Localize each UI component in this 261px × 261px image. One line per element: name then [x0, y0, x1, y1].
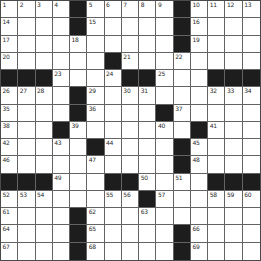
clue-number: 57: [158, 191, 165, 198]
black-square: [70, 18, 87, 35]
white-square[interactable]: [18, 36, 35, 53]
black-square: [243, 174, 260, 191]
white-square[interactable]: 69: [191, 243, 208, 260]
white-square[interactable]: 26: [1, 87, 18, 104]
white-square[interactable]: [139, 225, 156, 242]
clue-number: 36: [89, 105, 96, 112]
clue-number: 68: [89, 243, 96, 250]
white-square[interactable]: [122, 122, 139, 139]
white-square[interactable]: 66: [191, 225, 208, 242]
clue-number: 60: [244, 191, 251, 198]
white-square[interactable]: [225, 36, 242, 53]
white-square[interactable]: 32: [208, 87, 225, 104]
black-square: [105, 174, 122, 191]
white-square[interactable]: 10: [191, 1, 208, 18]
black-square: [243, 70, 260, 87]
clue-number: 13: [244, 1, 251, 8]
white-square[interactable]: [18, 18, 35, 35]
white-square[interactable]: [105, 18, 122, 35]
clue-number: 35: [3, 105, 10, 112]
white-square[interactable]: 9: [156, 1, 173, 18]
white-square[interactable]: [53, 243, 70, 260]
white-square[interactable]: [156, 53, 173, 70]
white-square[interactable]: 62: [87, 208, 104, 225]
clue-number: 12: [227, 1, 234, 8]
white-square[interactable]: [208, 225, 225, 242]
white-square[interactable]: [243, 225, 260, 242]
white-square[interactable]: 6: [105, 1, 122, 18]
clue-number: 59: [227, 191, 234, 198]
black-square: [122, 70, 139, 87]
clue-number: 20: [3, 53, 10, 60]
white-square[interactable]: [225, 122, 242, 139]
black-square: [105, 53, 122, 70]
white-square[interactable]: 67: [1, 243, 18, 260]
white-square[interactable]: [122, 225, 139, 242]
white-square[interactable]: 37: [174, 105, 191, 122]
white-square[interactable]: [156, 36, 173, 53]
black-square: [174, 18, 191, 35]
clue-number: 16: [192, 18, 199, 25]
clue-number: 64: [3, 225, 10, 232]
white-square[interactable]: [18, 105, 35, 122]
white-square[interactable]: 15: [87, 18, 104, 35]
white-square[interactable]: [243, 18, 260, 35]
white-square[interactable]: [53, 191, 70, 208]
clue-number: 24: [106, 70, 113, 77]
white-square[interactable]: [36, 122, 53, 139]
white-square[interactable]: [70, 70, 87, 87]
white-square[interactable]: [208, 208, 225, 225]
clue-number: 19: [192, 36, 199, 43]
white-square[interactable]: [243, 208, 260, 225]
white-square[interactable]: 68: [87, 243, 104, 260]
clue-number: 10: [192, 1, 199, 8]
clue-number: 7: [123, 1, 127, 8]
white-square[interactable]: 25: [156, 70, 173, 87]
white-square[interactable]: [18, 53, 35, 70]
white-square[interactable]: 24: [105, 70, 122, 87]
white-square[interactable]: 38: [1, 122, 18, 139]
white-square[interactable]: [70, 156, 87, 173]
black-square: [139, 70, 156, 87]
clue-number: 6: [106, 1, 110, 8]
white-square[interactable]: [243, 122, 260, 139]
clue-number: 25: [158, 70, 165, 77]
black-square: [156, 105, 173, 122]
white-square[interactable]: [243, 156, 260, 173]
black-square: [174, 1, 191, 18]
white-square[interactable]: 50: [139, 174, 156, 191]
clue-number: 62: [89, 208, 96, 215]
white-square[interactable]: 44: [105, 139, 122, 156]
white-square[interactable]: [53, 18, 70, 35]
white-square[interactable]: [36, 139, 53, 156]
white-square[interactable]: [139, 105, 156, 122]
white-square[interactable]: [225, 18, 242, 35]
clue-number: 21: [123, 53, 130, 60]
white-square[interactable]: [87, 122, 104, 139]
white-square[interactable]: 41: [208, 122, 225, 139]
clue-number: 2: [20, 1, 24, 8]
white-square[interactable]: 11: [208, 1, 225, 18]
white-square[interactable]: [18, 225, 35, 242]
white-square[interactable]: 17: [1, 36, 18, 53]
clue-number: 61: [3, 208, 10, 215]
white-square[interactable]: 23: [53, 70, 70, 87]
white-square[interactable]: 48: [191, 156, 208, 173]
white-square[interactable]: [87, 53, 104, 70]
clue-number: 51: [175, 174, 182, 181]
white-square[interactable]: [208, 53, 225, 70]
clue-number: 53: [20, 191, 27, 198]
white-square[interactable]: [70, 174, 87, 191]
white-square[interactable]: 20: [1, 53, 18, 70]
white-square[interactable]: [36, 156, 53, 173]
clue-number: 18: [72, 36, 79, 43]
white-square[interactable]: 12: [225, 1, 242, 18]
clue-number: 14: [3, 18, 10, 25]
black-square: [53, 122, 70, 139]
white-square[interactable]: 45: [191, 139, 208, 156]
white-square[interactable]: 2: [18, 1, 35, 18]
white-square[interactable]: [105, 208, 122, 225]
clue-number: 9: [158, 1, 162, 8]
white-square[interactable]: 8: [139, 1, 156, 18]
crossword-grid: 1234567891011121314151617181920212223242…: [0, 0, 261, 261]
white-square[interactable]: [243, 243, 260, 260]
white-square[interactable]: 39: [70, 122, 87, 139]
clue-number: 3: [37, 1, 41, 8]
clue-number: 69: [192, 243, 199, 250]
white-square[interactable]: [208, 139, 225, 156]
black-square: [139, 191, 156, 208]
clue-number: 15: [89, 18, 96, 25]
white-square[interactable]: [174, 122, 191, 139]
white-square[interactable]: [156, 225, 173, 242]
white-square[interactable]: [87, 36, 104, 53]
white-square[interactable]: [225, 139, 242, 156]
white-square[interactable]: 51: [174, 174, 191, 191]
white-square[interactable]: [174, 208, 191, 225]
clue-number: 26: [3, 87, 10, 94]
clue-number: 1: [3, 1, 7, 8]
clue-number: 8: [141, 1, 145, 8]
black-square: [208, 174, 225, 191]
white-square[interactable]: [105, 243, 122, 260]
white-square[interactable]: [243, 139, 260, 156]
black-square: [70, 243, 87, 260]
white-square[interactable]: [208, 156, 225, 173]
white-square[interactable]: 52: [1, 191, 18, 208]
white-square[interactable]: 64: [1, 225, 18, 242]
clue-number: 46: [3, 156, 10, 163]
clue-number: 32: [210, 87, 217, 94]
white-square[interactable]: 19: [191, 36, 208, 53]
clue-number: 50: [141, 174, 148, 181]
white-square[interactable]: [208, 243, 225, 260]
white-square[interactable]: [53, 208, 70, 225]
white-square[interactable]: [225, 53, 242, 70]
white-square[interactable]: [191, 174, 208, 191]
white-square[interactable]: [156, 18, 173, 35]
clue-number: 40: [158, 122, 165, 129]
clue-number: 42: [3, 139, 10, 146]
clue-number: 55: [106, 191, 113, 198]
white-square[interactable]: 46: [1, 156, 18, 173]
white-square[interactable]: [225, 105, 242, 122]
black-square: [174, 156, 191, 173]
white-square[interactable]: 43: [53, 139, 70, 156]
white-square[interactable]: [225, 208, 242, 225]
white-square[interactable]: [139, 18, 156, 35]
white-square[interactable]: [105, 105, 122, 122]
white-square[interactable]: [36, 208, 53, 225]
clue-number: 39: [72, 122, 79, 129]
clue-number: 30: [123, 87, 130, 94]
black-square: [70, 105, 87, 122]
clue-number: 31: [141, 87, 148, 94]
white-square[interactable]: [139, 139, 156, 156]
clue-number: 27: [20, 87, 27, 94]
white-square[interactable]: [18, 243, 35, 260]
white-square[interactable]: 28: [36, 87, 53, 104]
white-square[interactable]: [122, 208, 139, 225]
white-square[interactable]: 56: [122, 191, 139, 208]
black-square: [1, 174, 18, 191]
white-square[interactable]: 53: [18, 191, 35, 208]
white-square[interactable]: 59: [225, 191, 242, 208]
white-square[interactable]: [225, 225, 242, 242]
black-square: [225, 70, 242, 87]
white-square[interactable]: [225, 156, 242, 173]
white-square[interactable]: [122, 105, 139, 122]
clue-number: 48: [192, 156, 199, 163]
white-square[interactable]: 3: [36, 1, 53, 18]
white-square[interactable]: [243, 36, 260, 53]
white-square[interactable]: [243, 53, 260, 70]
black-square: [70, 225, 87, 242]
white-square[interactable]: 49: [53, 174, 70, 191]
white-square[interactable]: 29: [87, 87, 104, 104]
white-square[interactable]: 7: [122, 1, 139, 18]
white-square[interactable]: [156, 174, 173, 191]
crossword-puzzle: 1234567891011121314151617181920212223242…: [0, 0, 261, 261]
white-square[interactable]: [70, 139, 87, 156]
black-square: [191, 122, 208, 139]
black-square: [36, 174, 53, 191]
white-square[interactable]: [70, 191, 87, 208]
black-square: [225, 174, 242, 191]
white-square[interactable]: [191, 53, 208, 70]
white-square[interactable]: [174, 191, 191, 208]
clue-number: 34: [244, 87, 251, 94]
white-square[interactable]: [174, 70, 191, 87]
white-square[interactable]: 54: [36, 191, 53, 208]
clue-number: 41: [210, 122, 217, 129]
white-square[interactable]: [36, 53, 53, 70]
black-square: [36, 70, 53, 87]
white-square[interactable]: 31: [139, 87, 156, 104]
clue-number: 54: [37, 191, 44, 198]
white-square[interactable]: 60: [243, 191, 260, 208]
white-square[interactable]: 5: [87, 1, 104, 18]
black-square: [208, 70, 225, 87]
black-square: [174, 139, 191, 156]
white-square[interactable]: [139, 36, 156, 53]
white-square[interactable]: 65: [87, 225, 104, 242]
white-square[interactable]: [53, 156, 70, 173]
white-square[interactable]: [105, 122, 122, 139]
white-square[interactable]: [208, 105, 225, 122]
clue-number: 67: [3, 243, 10, 250]
white-square[interactable]: [156, 139, 173, 156]
white-square[interactable]: [70, 53, 87, 70]
white-square[interactable]: [53, 87, 70, 104]
clue-number: 11: [210, 1, 217, 8]
white-square[interactable]: [105, 225, 122, 242]
white-square[interactable]: 57: [156, 191, 173, 208]
white-square[interactable]: [191, 191, 208, 208]
black-square: [174, 243, 191, 260]
white-square[interactable]: [191, 105, 208, 122]
white-square[interactable]: [18, 156, 35, 173]
black-square: [1, 70, 18, 87]
white-square[interactable]: [36, 18, 53, 35]
white-square[interactable]: 34: [243, 87, 260, 104]
clue-number: 58: [210, 191, 217, 198]
white-square[interactable]: 30: [122, 87, 139, 104]
white-square[interactable]: 55: [105, 191, 122, 208]
black-square: [70, 1, 87, 18]
white-square[interactable]: 14: [1, 18, 18, 35]
white-square[interactable]: [139, 122, 156, 139]
clue-number: 66: [192, 225, 199, 232]
clue-number: 29: [89, 87, 96, 94]
white-square[interactable]: [174, 87, 191, 104]
clue-number: 44: [106, 139, 113, 146]
black-square: [174, 225, 191, 242]
black-square: [122, 174, 139, 191]
white-square[interactable]: [53, 225, 70, 242]
clue-number: 33: [227, 87, 234, 94]
white-square[interactable]: [139, 53, 156, 70]
white-square[interactable]: [122, 36, 139, 53]
white-square[interactable]: 21: [122, 53, 139, 70]
white-square[interactable]: [122, 243, 139, 260]
clue-number: 5: [89, 1, 93, 8]
clue-number: 52: [3, 191, 10, 198]
black-square: [70, 208, 87, 225]
clue-number: 22: [175, 53, 182, 60]
white-square[interactable]: [156, 243, 173, 260]
clue-number: 45: [192, 139, 199, 146]
white-square[interactable]: [36, 243, 53, 260]
white-square[interactable]: [87, 191, 104, 208]
white-square[interactable]: 1: [1, 1, 18, 18]
white-square[interactable]: 58: [208, 191, 225, 208]
white-square[interactable]: 27: [18, 87, 35, 104]
white-square[interactable]: [208, 18, 225, 35]
white-square[interactable]: 13: [243, 1, 260, 18]
white-square[interactable]: 18: [70, 36, 87, 53]
white-square[interactable]: 16: [191, 18, 208, 35]
white-square[interactable]: 61: [1, 208, 18, 225]
black-square: [18, 174, 35, 191]
white-square[interactable]: [36, 105, 53, 122]
white-square[interactable]: [18, 208, 35, 225]
white-square[interactable]: [18, 139, 35, 156]
clue-number: 28: [37, 87, 44, 94]
white-square[interactable]: [36, 36, 53, 53]
clue-number: 65: [89, 225, 96, 232]
black-square: [174, 36, 191, 53]
white-square[interactable]: [53, 36, 70, 53]
white-square[interactable]: [87, 174, 104, 191]
clue-number: 17: [3, 36, 10, 43]
white-square[interactable]: [191, 208, 208, 225]
white-square[interactable]: [139, 243, 156, 260]
black-square: [70, 87, 87, 104]
clue-number: 23: [54, 70, 61, 77]
clue-number: 56: [123, 191, 130, 198]
white-square[interactable]: [139, 156, 156, 173]
white-square[interactable]: [122, 156, 139, 173]
white-square[interactable]: 42: [1, 139, 18, 156]
white-square[interactable]: [156, 156, 173, 173]
clue-number: 49: [54, 174, 61, 181]
white-square[interactable]: 40: [156, 122, 173, 139]
clue-number: 47: [89, 156, 96, 163]
white-square[interactable]: [243, 105, 260, 122]
white-square[interactable]: 36: [87, 105, 104, 122]
white-square[interactable]: [18, 122, 35, 139]
white-square[interactable]: [87, 70, 104, 87]
white-square[interactable]: [156, 208, 173, 225]
clue-number: 38: [3, 122, 10, 129]
clue-number: 63: [141, 208, 148, 215]
white-square[interactable]: [191, 87, 208, 104]
white-square[interactable]: [105, 156, 122, 173]
white-square[interactable]: 47: [87, 156, 104, 173]
white-square[interactable]: 22: [174, 53, 191, 70]
white-square[interactable]: 4: [53, 1, 70, 18]
white-square[interactable]: [122, 18, 139, 35]
white-square[interactable]: 33: [225, 87, 242, 104]
white-square[interactable]: [105, 36, 122, 53]
white-square[interactable]: [36, 225, 53, 242]
white-square[interactable]: [105, 87, 122, 104]
black-square: [18, 70, 35, 87]
white-square[interactable]: [225, 243, 242, 260]
white-square[interactable]: [53, 105, 70, 122]
clue-number: 4: [54, 1, 58, 8]
white-square[interactable]: 35: [1, 105, 18, 122]
clue-number: 43: [54, 139, 61, 146]
white-square[interactable]: [191, 70, 208, 87]
black-square: [87, 139, 104, 156]
white-square[interactable]: [156, 87, 173, 104]
white-square[interactable]: 63: [139, 208, 156, 225]
white-square[interactable]: [122, 139, 139, 156]
clue-number: 37: [175, 105, 182, 112]
white-square[interactable]: [208, 36, 225, 53]
white-square[interactable]: [53, 53, 70, 70]
